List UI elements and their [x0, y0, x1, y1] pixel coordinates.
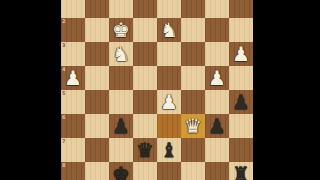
square-e3 — [133, 42, 157, 66]
black-rook-icon: ♜ — [232, 162, 250, 180]
black-bishop-icon: ♝ — [160, 138, 178, 162]
square-h3: 3 — [61, 42, 85, 66]
square-a8: ♜a — [229, 162, 253, 180]
square-f3: ♞ — [109, 42, 133, 66]
black-pawn-icon: ♟ — [232, 90, 250, 114]
black-pawn-icon: ♟ — [208, 114, 226, 138]
square-d5: ♟ — [157, 90, 181, 114]
square-c2 — [181, 18, 205, 42]
square-b8: b — [205, 162, 229, 180]
square-d7: ♝ — [157, 138, 181, 162]
square-h1: 1 — [61, 0, 85, 18]
thumbnail-frame: 12♚♞3♞♟♟4♟5♟♟6♟♛♟7♛♝8hg♚fedcb♜a — [0, 0, 320, 180]
white-king-icon: ♚ — [112, 18, 130, 42]
rank-label-3: 3 — [62, 42, 65, 48]
square-c7 — [181, 138, 205, 162]
square-g4 — [85, 66, 109, 90]
square-b6: ♟ — [205, 114, 229, 138]
square-a6 — [229, 114, 253, 138]
rank-label-2: 2 — [62, 18, 65, 24]
square-d1 — [157, 0, 181, 18]
square-b5 — [205, 90, 229, 114]
black-queen-icon: ♛ — [136, 138, 154, 162]
square-e5 — [133, 90, 157, 114]
square-a7 — [229, 138, 253, 162]
square-f7 — [109, 138, 133, 162]
square-e7: ♛ — [133, 138, 157, 162]
square-c4 — [181, 66, 205, 90]
rank-label-6: 6 — [62, 114, 65, 120]
square-b7 — [205, 138, 229, 162]
square-c1 — [181, 0, 205, 18]
square-g2 — [85, 18, 109, 42]
square-g7 — [85, 138, 109, 162]
square-f4 — [109, 66, 133, 90]
square-f1 — [109, 0, 133, 18]
square-g6 — [85, 114, 109, 138]
white-pawn-icon: ♟ — [232, 42, 250, 66]
square-e6 — [133, 114, 157, 138]
rank-label-5: 5 — [62, 90, 65, 96]
square-e4 — [133, 66, 157, 90]
square-c6: ♛ — [181, 114, 205, 138]
chess-board: 12♚♞3♞♟♟4♟5♟♟6♟♛♟7♛♝8hg♚fedcb♜a — [61, 0, 253, 180]
white-knight-icon: ♞ — [112, 42, 130, 66]
square-a5: ♟ — [229, 90, 253, 114]
square-d4 — [157, 66, 181, 90]
square-b3 — [205, 42, 229, 66]
square-g8: g — [85, 162, 109, 180]
square-b2 — [205, 18, 229, 42]
square-f6: ♟ — [109, 114, 133, 138]
square-d2: ♞ — [157, 18, 181, 42]
square-e1 — [133, 0, 157, 18]
square-h4: ♟4 — [61, 66, 85, 90]
square-h2: 2 — [61, 18, 85, 42]
white-pawn-icon: ♟ — [160, 90, 178, 114]
square-h7: 7 — [61, 138, 85, 162]
white-knight-icon: ♞ — [160, 18, 178, 42]
square-d8: d — [157, 162, 181, 180]
white-queen-icon: ♛ — [184, 114, 202, 138]
square-b1 — [205, 0, 229, 18]
square-g5 — [85, 90, 109, 114]
square-e8: e — [133, 162, 157, 180]
rank-label-4: 4 — [62, 66, 65, 72]
rank-label-7: 7 — [62, 138, 65, 144]
square-d3 — [157, 42, 181, 66]
black-king-icon: ♚ — [112, 162, 130, 180]
square-a2 — [229, 18, 253, 42]
black-pawn-icon: ♟ — [112, 114, 130, 138]
square-h8: 8h — [61, 162, 85, 180]
white-pawn-icon: ♟ — [64, 66, 82, 90]
square-h6: 6 — [61, 114, 85, 138]
square-c3 — [181, 42, 205, 66]
square-c8: c — [181, 162, 205, 180]
square-f5 — [109, 90, 133, 114]
square-a1 — [229, 0, 253, 18]
square-d6 — [157, 114, 181, 138]
square-a3: ♟ — [229, 42, 253, 66]
square-c5 — [181, 90, 205, 114]
square-g1 — [85, 0, 109, 18]
square-g3 — [85, 42, 109, 66]
square-e2 — [133, 18, 157, 42]
square-b4: ♟ — [205, 66, 229, 90]
square-f2: ♚ — [109, 18, 133, 42]
square-f8: ♚f — [109, 162, 133, 180]
white-pawn-icon: ♟ — [208, 66, 226, 90]
square-a4 — [229, 66, 253, 90]
square-h5: 5 — [61, 90, 85, 114]
rank-label-8: 8 — [62, 162, 65, 168]
